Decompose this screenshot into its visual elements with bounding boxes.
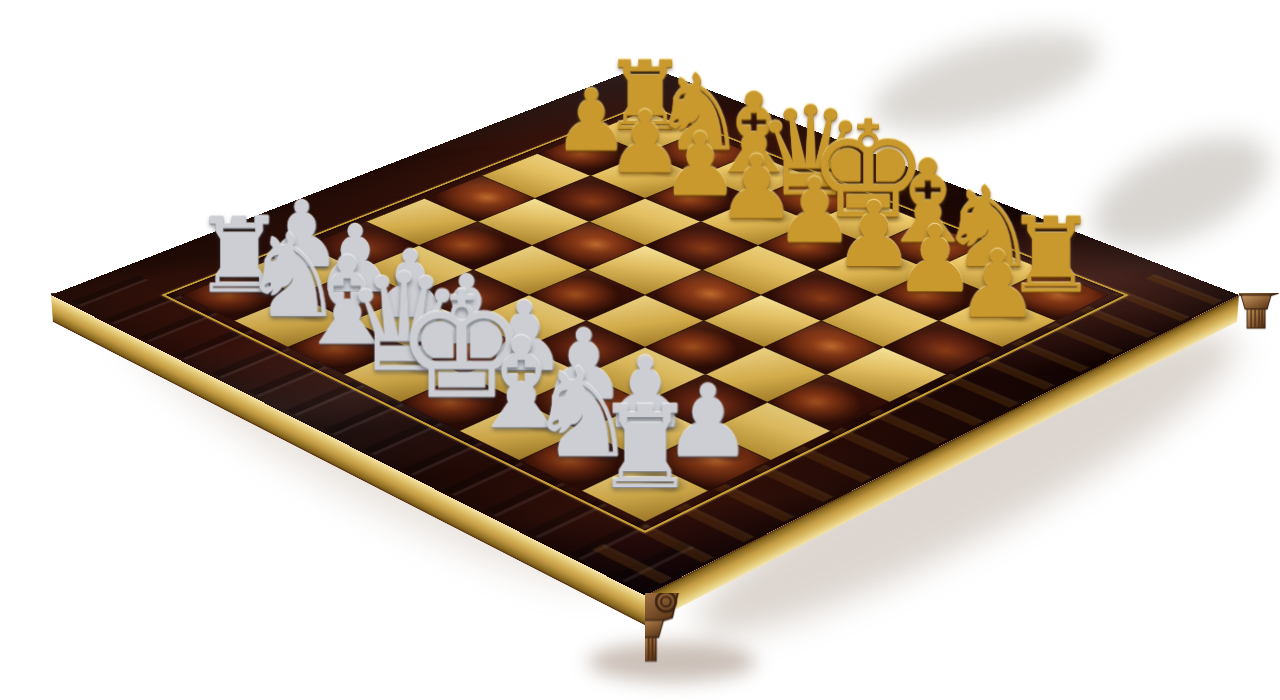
chess-board: ♜♞♝♛♚♝♞♜♟♟♟♟♟♟♟♟♟♟♟♟♟♟♟♟♜♞♝♛♚♝♞♜ — [51, 65, 1239, 595]
bronze-ionic-foot-icon — [609, 575, 681, 663]
pawn-glyph: ♟ — [921, 239, 1073, 332]
bronze-ionic-foot-icon — [1227, 259, 1280, 329]
rook-glyph: ♜ — [562, 390, 727, 504]
bronze-ionic-foot-icon — [5, 259, 63, 329]
product-photo-scene: ♜♞♝♛♚♝♞♜♟♟♟♟♟♟♟♟♟♟♟♟♟♟♟♟♜♞♝♛♚♝♞♜ — [0, 0, 1280, 700]
